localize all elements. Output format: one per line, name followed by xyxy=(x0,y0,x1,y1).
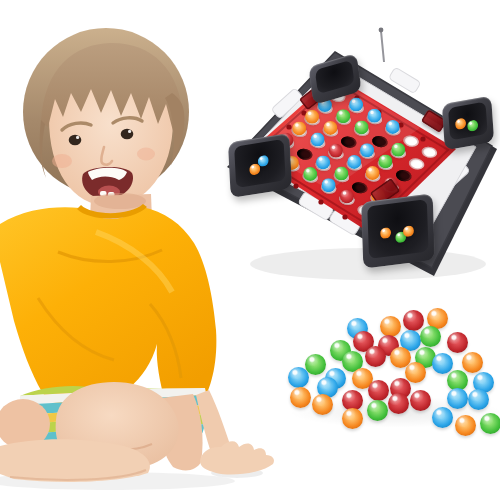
board-marble-blue xyxy=(347,155,361,169)
board-marble-blue xyxy=(349,98,363,112)
board-cell xyxy=(383,141,414,164)
board-cell xyxy=(302,131,333,154)
loose-marble-red xyxy=(388,393,409,414)
board-cell xyxy=(315,120,346,143)
marble-socket xyxy=(351,123,373,139)
marble-socket xyxy=(364,111,386,127)
launcher-rod xyxy=(379,28,384,62)
marble-socket xyxy=(336,192,358,208)
board-cell xyxy=(377,119,408,142)
tray-marble-green xyxy=(466,119,478,132)
marble-launcher xyxy=(299,86,325,111)
loose-marble-orange xyxy=(342,408,363,429)
board-cell xyxy=(351,142,382,165)
board-cell xyxy=(357,165,388,188)
marble-socket xyxy=(345,100,367,116)
marble-socket xyxy=(314,100,336,116)
marble-socket xyxy=(307,135,329,151)
board-cell xyxy=(414,141,445,164)
board-marble-blue xyxy=(316,155,330,169)
marble-socket xyxy=(325,146,347,162)
board-marble-orange xyxy=(366,166,380,180)
board-marble-green xyxy=(334,167,348,181)
marble-socket xyxy=(288,124,310,140)
board-marble-orange xyxy=(305,110,319,124)
board-cell xyxy=(370,153,401,176)
trap-hole xyxy=(294,146,316,162)
board-marble-blue xyxy=(367,109,381,123)
trap-hole xyxy=(338,134,360,150)
loose-marble-blue xyxy=(432,407,453,428)
marble-socket xyxy=(400,133,422,149)
cheek-blush xyxy=(52,154,72,168)
loose-marble-orange xyxy=(380,316,401,337)
loose-marble-red xyxy=(368,380,389,401)
board-marble-red xyxy=(329,144,343,158)
loose-marble-blue xyxy=(468,389,489,410)
marble-socket xyxy=(362,168,384,184)
loose-marble-orange xyxy=(462,352,483,373)
board-cell xyxy=(309,97,340,120)
loose-marble-red xyxy=(403,310,424,331)
board-cell xyxy=(401,153,432,176)
board-cell xyxy=(328,108,359,131)
board-cell xyxy=(359,107,390,130)
board-cell xyxy=(350,199,381,222)
board-marble-orange xyxy=(371,189,385,203)
board-marble-green xyxy=(303,167,317,181)
marble-socket xyxy=(367,191,389,207)
loose-marble-orange xyxy=(290,387,311,408)
board-cell xyxy=(341,96,372,119)
board-marble-blue xyxy=(322,178,336,192)
marble-socket xyxy=(312,158,334,174)
trap-hole xyxy=(393,168,415,184)
marble-socket xyxy=(387,145,409,161)
marble-socket xyxy=(343,157,365,173)
marble-socket xyxy=(332,111,354,127)
marble-socket xyxy=(356,145,378,161)
board-cell xyxy=(331,188,362,211)
loose-marble-blue xyxy=(288,367,309,388)
board-cell xyxy=(295,166,326,189)
board-marble-orange xyxy=(292,121,306,135)
tray-marble-orange xyxy=(454,117,466,130)
board-cell xyxy=(307,154,338,177)
board-marble-green xyxy=(336,109,350,123)
loose-marble-orange xyxy=(405,362,426,383)
marble-launcher xyxy=(421,109,447,133)
frame-pegs xyxy=(269,95,425,219)
child-hand xyxy=(196,390,274,475)
marble-launcher xyxy=(370,178,400,206)
loose-marble-blue xyxy=(432,353,453,374)
board-cell xyxy=(297,108,328,131)
board-cell xyxy=(362,188,393,211)
board-cell xyxy=(395,130,426,153)
board-marble-green xyxy=(378,154,392,168)
marble-socket xyxy=(354,203,376,219)
corner-tray-bottom xyxy=(361,194,435,269)
board-marble-blue xyxy=(386,120,400,134)
board-cell xyxy=(333,131,364,154)
loose-marble-green xyxy=(420,326,441,347)
board-cell xyxy=(344,176,375,199)
tray-marble-orange xyxy=(402,225,413,237)
board-cell xyxy=(320,142,351,165)
loose-marble-green xyxy=(480,413,500,434)
loose-marble-orange xyxy=(312,394,333,415)
loose-marble-orange xyxy=(455,415,476,436)
marble-socket xyxy=(375,157,397,173)
marble-socket xyxy=(380,179,402,195)
board-marble-red xyxy=(340,189,354,203)
tray-marble-green xyxy=(395,231,406,243)
board-cell xyxy=(322,85,353,108)
board-cell xyxy=(388,164,419,187)
marble-socket xyxy=(301,112,323,128)
marble-socket xyxy=(318,180,340,196)
marble-socket xyxy=(327,89,349,105)
marble-socket xyxy=(406,156,428,172)
board-marble-red xyxy=(384,177,398,191)
marble-socket xyxy=(320,123,342,139)
loose-marble-blue xyxy=(447,388,468,409)
board-cell xyxy=(313,177,344,200)
board-cell xyxy=(346,119,377,142)
loose-marble-red xyxy=(447,332,468,353)
marble-socket xyxy=(331,169,353,185)
board-marble-green xyxy=(355,120,369,134)
board-marble-orange xyxy=(323,121,337,135)
loose-marble-green xyxy=(367,400,388,421)
marble-socket xyxy=(382,122,404,138)
trap-hole xyxy=(349,180,371,196)
corner-tray-top xyxy=(308,53,361,105)
trap-hole xyxy=(369,134,391,150)
child-photo xyxy=(0,0,290,500)
marble-socket xyxy=(419,144,441,160)
board-cell xyxy=(289,143,320,166)
board-cell xyxy=(375,176,406,199)
board-cell xyxy=(364,130,395,153)
marble-socket xyxy=(299,169,321,185)
board-cell xyxy=(339,154,370,177)
corner-tray-right xyxy=(442,96,494,151)
board-cell xyxy=(326,165,357,188)
board-marble-green xyxy=(391,143,405,157)
board-marble-blue xyxy=(360,143,374,157)
loose-marble-red xyxy=(410,390,431,411)
child-shirt xyxy=(0,204,216,410)
board-marble-blue xyxy=(311,133,325,147)
board-marble-blue xyxy=(318,98,332,112)
tray-marble-orange xyxy=(379,226,390,238)
product-photo xyxy=(0,0,500,500)
loose-marble-red xyxy=(365,346,386,367)
